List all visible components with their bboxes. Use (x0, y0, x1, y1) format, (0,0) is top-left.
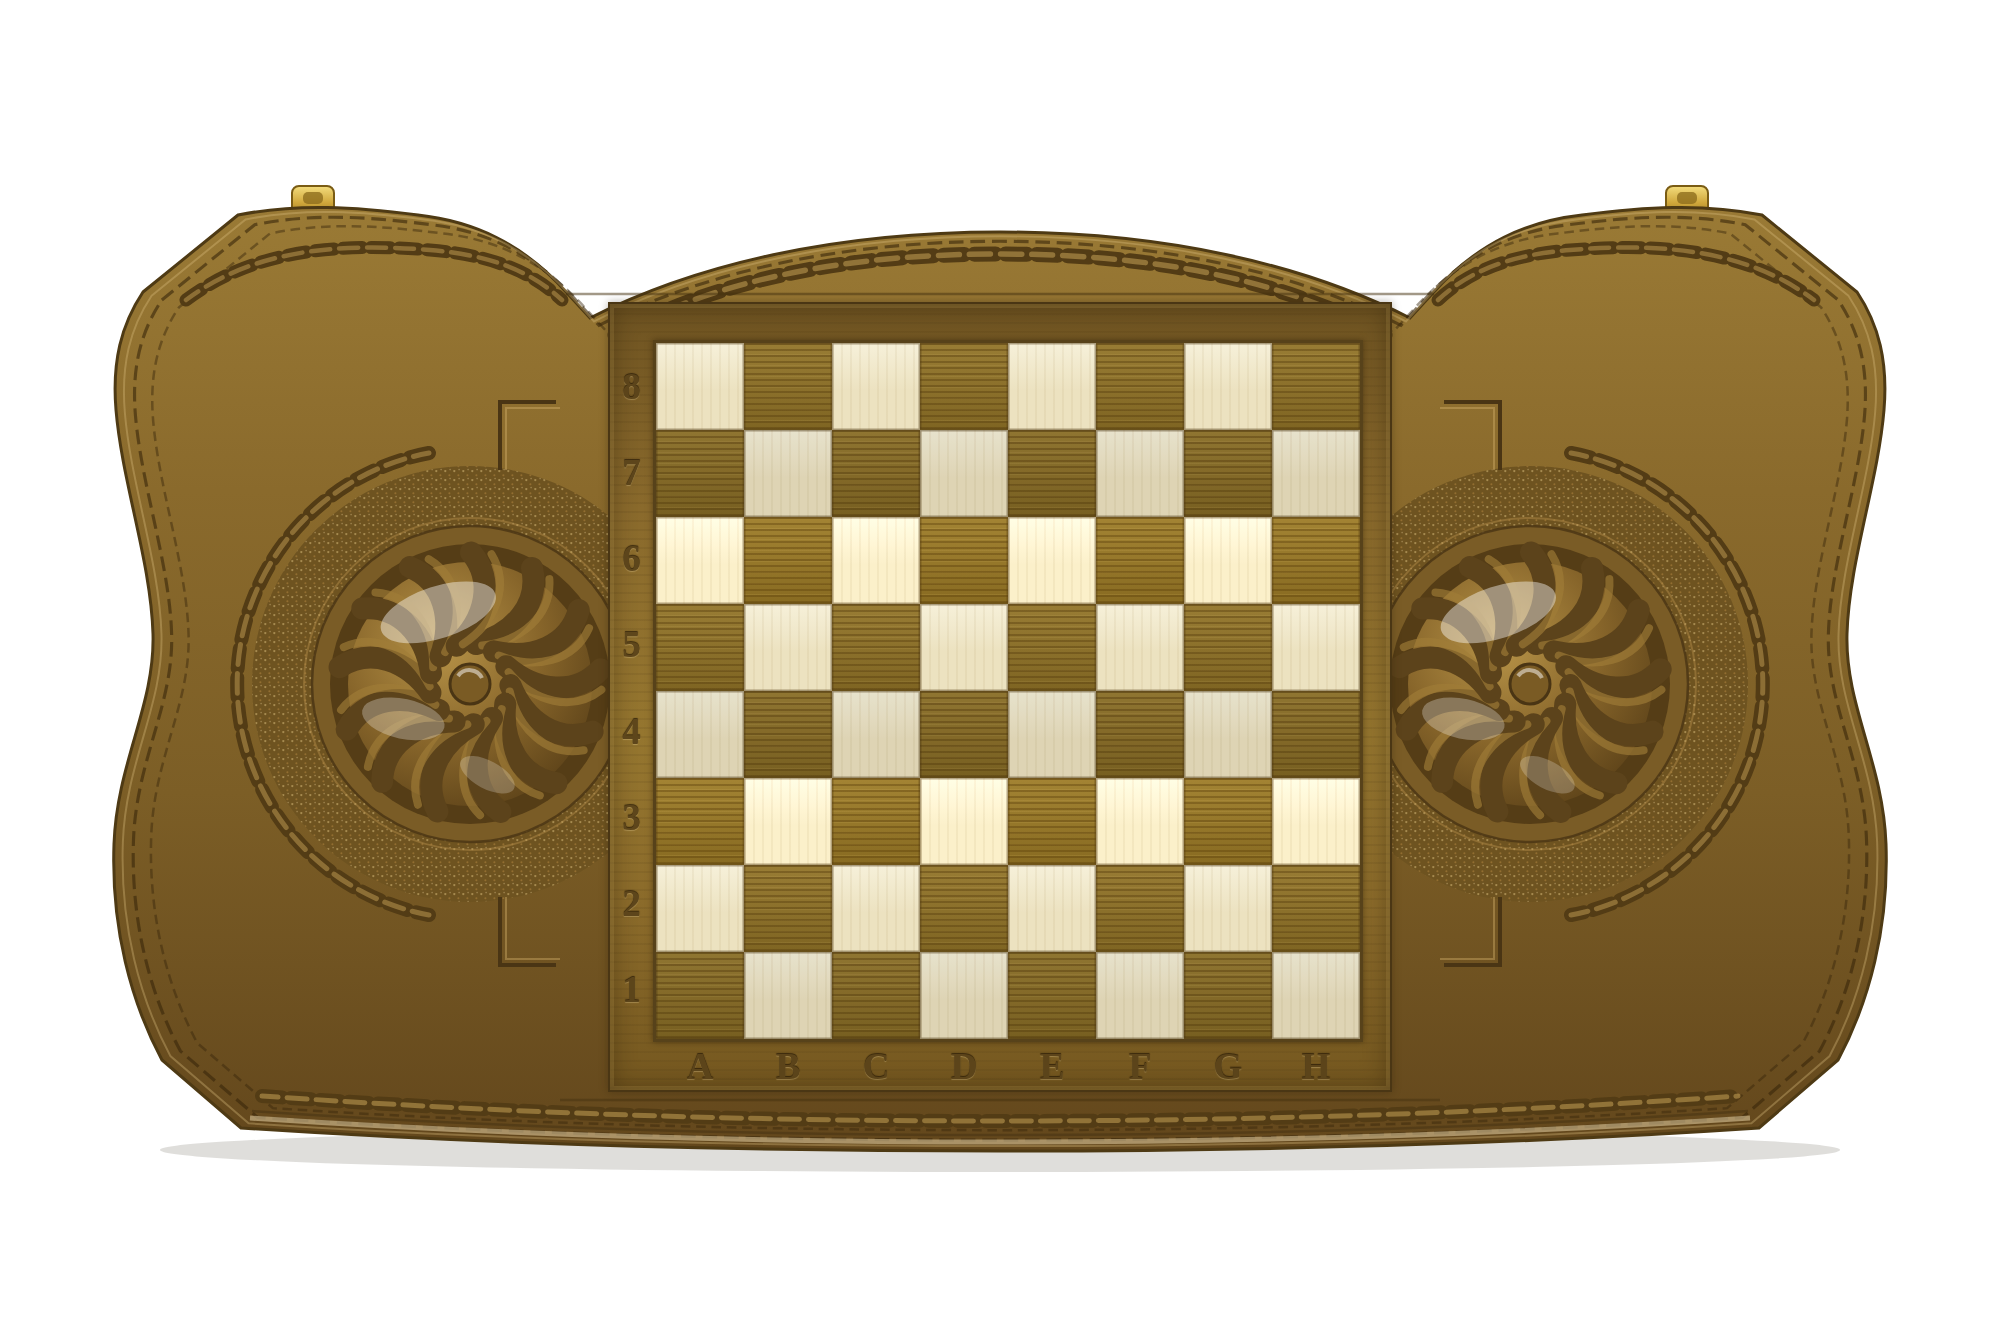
square-c5[interactable] (832, 604, 920, 691)
rank-label-6: 6 (610, 516, 653, 602)
square-a7[interactable] (656, 430, 744, 517)
square-a4[interactable] (656, 691, 744, 778)
square-d8[interactable] (920, 343, 1008, 430)
square-b3[interactable] (744, 778, 832, 865)
square-a6[interactable] (656, 517, 744, 604)
square-a8[interactable] (656, 343, 744, 430)
square-b1[interactable] (744, 952, 832, 1039)
file-label-a: A (656, 1042, 744, 1090)
square-b4[interactable] (744, 691, 832, 778)
square-a2[interactable] (656, 865, 744, 952)
square-g5[interactable] (1184, 604, 1272, 691)
square-b2[interactable] (744, 865, 832, 952)
square-e3[interactable] (1008, 778, 1096, 865)
file-label-h: H (1272, 1042, 1360, 1090)
square-e8[interactable] (1008, 343, 1096, 430)
square-c2[interactable] (832, 865, 920, 952)
square-b8[interactable] (744, 343, 832, 430)
file-label-c: C (832, 1042, 920, 1090)
square-f8[interactable] (1096, 343, 1184, 430)
rank-label-4: 4 (610, 688, 653, 774)
square-h5[interactable] (1272, 604, 1360, 691)
square-d5[interactable] (920, 604, 1008, 691)
square-e4[interactable] (1008, 691, 1096, 778)
square-e6[interactable] (1008, 517, 1096, 604)
square-f7[interactable] (1096, 430, 1184, 517)
square-f6[interactable] (1096, 517, 1184, 604)
chess-board-field: 8 7 6 5 4 3 2 1 A B C D E F G H (608, 302, 1392, 1092)
square-g3[interactable] (1184, 778, 1272, 865)
square-d2[interactable] (920, 865, 1008, 952)
square-h4[interactable] (1272, 691, 1360, 778)
square-b5[interactable] (744, 604, 832, 691)
square-f5[interactable] (1096, 604, 1184, 691)
rank-label-8: 8 (610, 343, 653, 429)
file-label-e: E (1008, 1042, 1096, 1090)
square-d4[interactable] (920, 691, 1008, 778)
square-h1[interactable] (1272, 952, 1360, 1039)
rank-label-5: 5 (610, 602, 653, 688)
square-g8[interactable] (1184, 343, 1272, 430)
square-g2[interactable] (1184, 865, 1272, 952)
chess-board-grid (653, 340, 1363, 1042)
square-d3[interactable] (920, 778, 1008, 865)
square-h3[interactable] (1272, 778, 1360, 865)
square-f4[interactable] (1096, 691, 1184, 778)
square-b6[interactable] (744, 517, 832, 604)
square-g6[interactable] (1184, 517, 1272, 604)
square-f1[interactable] (1096, 952, 1184, 1039)
photo-stage: 8 7 6 5 4 3 2 1 A B C D E F G H (0, 0, 2000, 1333)
square-a5[interactable] (656, 604, 744, 691)
square-e1[interactable] (1008, 952, 1096, 1039)
square-e7[interactable] (1008, 430, 1096, 517)
square-c8[interactable] (832, 343, 920, 430)
file-label-f: F (1096, 1042, 1184, 1090)
square-d6[interactable] (920, 517, 1008, 604)
square-g1[interactable] (1184, 952, 1272, 1039)
square-c4[interactable] (832, 691, 920, 778)
file-label-g: G (1184, 1042, 1272, 1090)
square-g7[interactable] (1184, 430, 1272, 517)
square-h6[interactable] (1272, 517, 1360, 604)
square-f2[interactable] (1096, 865, 1184, 952)
square-f3[interactable] (1096, 778, 1184, 865)
square-d7[interactable] (920, 430, 1008, 517)
square-a1[interactable] (656, 952, 744, 1039)
square-e2[interactable] (1008, 865, 1096, 952)
rank-label-3: 3 (610, 774, 653, 860)
rank-label-1: 1 (610, 947, 653, 1033)
rank-label-2: 2 (610, 861, 653, 947)
square-h7[interactable] (1272, 430, 1360, 517)
square-h8[interactable] (1272, 343, 1360, 430)
square-a3[interactable] (656, 778, 744, 865)
file-labels: A B C D E F G H (656, 1042, 1360, 1090)
file-label-d: D (920, 1042, 1008, 1090)
rank-labels: 8 7 6 5 4 3 2 1 (610, 343, 653, 1033)
square-c7[interactable] (832, 430, 920, 517)
square-d1[interactable] (920, 952, 1008, 1039)
square-c1[interactable] (832, 952, 920, 1039)
square-c6[interactable] (832, 517, 920, 604)
square-b7[interactable] (744, 430, 832, 517)
square-g4[interactable] (1184, 691, 1272, 778)
square-h2[interactable] (1272, 865, 1360, 952)
brass-hinges (292, 186, 1708, 220)
square-c3[interactable] (832, 778, 920, 865)
square-e5[interactable] (1008, 604, 1096, 691)
file-label-b: B (744, 1042, 832, 1090)
rank-label-7: 7 (610, 429, 653, 515)
